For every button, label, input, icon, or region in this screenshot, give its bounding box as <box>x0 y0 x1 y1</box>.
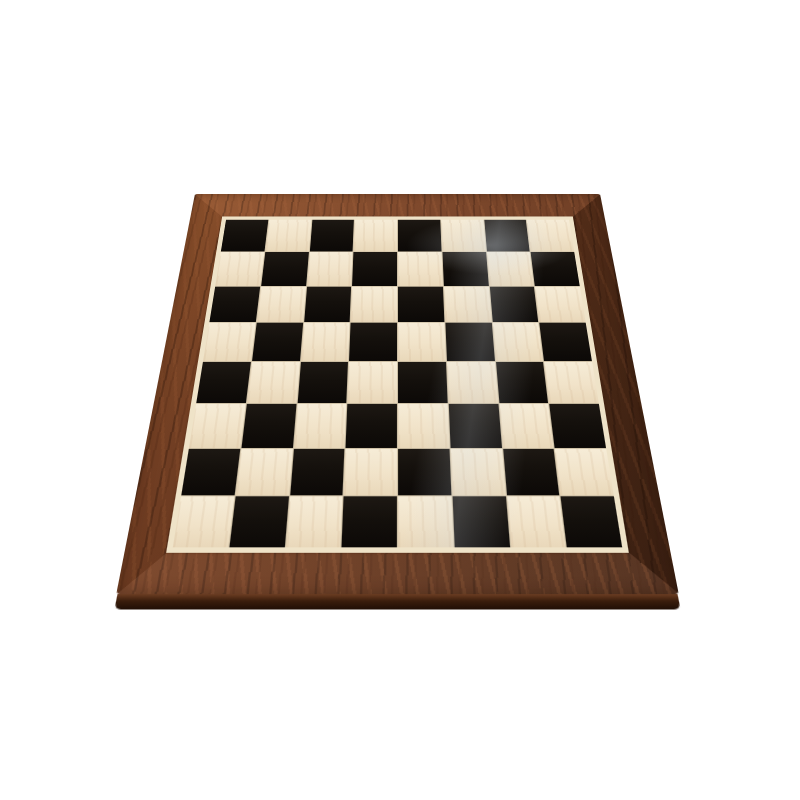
square-r0c2-dark <box>309 220 354 252</box>
square-r0c0-dark <box>221 220 268 252</box>
square-r0c1-light <box>265 220 311 252</box>
square-r6c6-dark <box>503 448 560 495</box>
square-r4c4-dark <box>398 362 447 403</box>
square-r0c6-dark <box>484 220 530 252</box>
square-r5c3-dark <box>346 404 397 448</box>
square-r7c2-light <box>285 497 342 548</box>
square-r7c6-light <box>507 497 566 548</box>
chess-board <box>116 194 678 594</box>
square-r6c0-dark <box>181 448 240 495</box>
square-r5c5-dark <box>448 404 501 448</box>
square-r3c0-light <box>203 323 255 361</box>
square-r4c6-dark <box>496 362 549 403</box>
square-r1c5-dark <box>442 252 488 286</box>
square-r2c1-light <box>257 286 306 322</box>
square-r6c1-light <box>235 448 292 495</box>
square-r7c1-dark <box>229 497 288 548</box>
square-r7c3-dark <box>342 497 397 548</box>
square-r2c7-light <box>535 286 586 322</box>
square-r4c0-dark <box>196 362 250 403</box>
square-r1c4-light <box>398 252 443 286</box>
square-r2c6-dark <box>489 286 538 322</box>
square-r5c0-light <box>189 404 246 448</box>
square-r3c4-light <box>398 323 446 361</box>
square-r2c2-dark <box>304 286 352 322</box>
square-r0c7-light <box>527 220 574 252</box>
square-r2c5-light <box>444 286 492 322</box>
square-r3c2-light <box>301 323 350 361</box>
square-r3c1-dark <box>252 323 303 361</box>
square-r6c2-dark <box>290 448 345 495</box>
square-r1c7-dark <box>531 252 580 286</box>
square-r5c7-dark <box>549 404 606 448</box>
square-r3c3-dark <box>349 323 397 361</box>
board-playing-field <box>173 220 622 548</box>
square-r3c7-dark <box>540 323 592 361</box>
photo-stage <box>0 0 800 800</box>
square-r4c7-light <box>544 362 598 403</box>
square-r3c5-dark <box>445 323 494 361</box>
square-r4c5-light <box>447 362 498 403</box>
square-r6c4-dark <box>398 448 451 495</box>
square-r1c3-dark <box>352 252 397 286</box>
square-r7c5-dark <box>452 497 509 548</box>
square-r7c0-light <box>173 497 234 548</box>
square-r1c2-light <box>307 252 353 286</box>
square-r7c7-dark <box>561 497 622 548</box>
square-r1c1-dark <box>261 252 308 286</box>
square-r4c2-dark <box>297 362 348 403</box>
square-r3c6-light <box>492 323 543 361</box>
square-r1c0-light <box>215 252 264 286</box>
square-r0c5-light <box>441 220 486 252</box>
square-r4c3-light <box>348 362 397 403</box>
square-r7c4-light <box>398 497 453 548</box>
square-r6c5-light <box>450 448 505 495</box>
square-r5c4-light <box>398 404 449 448</box>
square-r1c6-light <box>487 252 534 286</box>
square-r6c3-light <box>344 448 397 495</box>
square-r5c1-dark <box>241 404 296 448</box>
square-r5c2-light <box>294 404 347 448</box>
square-r0c3-light <box>354 220 397 252</box>
square-r0c4-dark <box>398 220 441 252</box>
square-r6c7-light <box>555 448 614 495</box>
square-r2c3-light <box>351 286 397 322</box>
board-bottom-edge <box>114 594 680 609</box>
square-r2c0-dark <box>209 286 260 322</box>
square-r2c4-dark <box>398 286 444 322</box>
square-r5c6-light <box>499 404 554 448</box>
square-r4c1-light <box>247 362 300 403</box>
